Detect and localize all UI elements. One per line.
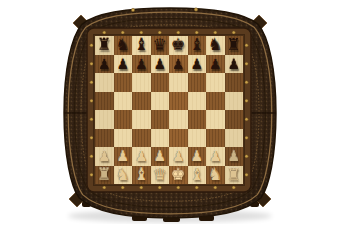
square-d4[interactable] xyxy=(151,110,170,129)
square-h2[interactable]: ♟ xyxy=(225,147,244,166)
square-c2[interactable]: ♟ xyxy=(132,147,151,166)
square-h1[interactable]: ♜ xyxy=(225,166,244,185)
square-c8[interactable]: ♝ xyxy=(132,36,151,55)
square-f1[interactable]: ♝ xyxy=(188,166,207,185)
square-a1[interactable]: ♜ xyxy=(95,166,114,185)
piece-white-bishop[interactable]: ♝ xyxy=(134,166,148,184)
square-a6[interactable] xyxy=(95,73,114,92)
square-h5[interactable] xyxy=(225,92,244,111)
brass-pin xyxy=(90,155,93,158)
brass-pin xyxy=(103,31,106,34)
piece-white-pawn[interactable]: ♟ xyxy=(135,147,148,165)
piece-white-rook[interactable]: ♜ xyxy=(227,166,241,184)
square-d8[interactable]: ♛ xyxy=(151,36,170,55)
brass-pin xyxy=(232,31,235,34)
piece-white-pawn[interactable]: ♟ xyxy=(190,147,203,165)
square-e6[interactable] xyxy=(169,73,188,92)
brass-pin xyxy=(158,31,161,34)
square-d6[interactable] xyxy=(151,73,170,92)
brass-pin xyxy=(245,136,248,139)
square-b1[interactable]: ♞ xyxy=(114,166,133,185)
square-g1[interactable]: ♞ xyxy=(206,166,225,185)
piece-black-pawn[interactable]: ♟ xyxy=(209,55,222,73)
square-f6[interactable] xyxy=(188,73,207,92)
square-h8[interactable]: ♜ xyxy=(225,36,244,55)
square-d5[interactable] xyxy=(151,92,170,111)
square-d7[interactable]: ♟ xyxy=(151,55,170,74)
square-a2[interactable]: ♟ xyxy=(95,147,114,166)
square-f7[interactable]: ♟ xyxy=(188,55,207,74)
piece-white-pawn[interactable]: ♟ xyxy=(153,147,166,165)
piece-white-knight[interactable]: ♞ xyxy=(208,166,222,184)
square-f8[interactable]: ♝ xyxy=(188,36,207,55)
brass-pin xyxy=(195,186,198,189)
piece-white-knight[interactable]: ♞ xyxy=(116,166,130,184)
square-g8[interactable]: ♞ xyxy=(206,36,225,55)
brass-pin xyxy=(140,31,143,34)
square-e7[interactable]: ♟ xyxy=(169,55,188,74)
piece-black-knight[interactable]: ♞ xyxy=(116,36,130,54)
square-c5[interactable] xyxy=(132,92,151,111)
square-g3[interactable] xyxy=(206,129,225,148)
square-d2[interactable]: ♟ xyxy=(151,147,170,166)
piece-white-pawn[interactable]: ♟ xyxy=(227,147,240,165)
brass-pin xyxy=(177,31,180,34)
brass-pin xyxy=(90,136,93,139)
brass-pin xyxy=(245,118,248,121)
square-f3[interactable] xyxy=(188,129,207,148)
square-b6[interactable] xyxy=(114,73,133,92)
square-a3[interactable] xyxy=(95,129,114,148)
square-c6[interactable] xyxy=(132,73,151,92)
square-a5[interactable] xyxy=(95,92,114,111)
chess-board[interactable]: ♜♞♝♛♚♝♞♜♟♟♟♟♟♟♟♟♟♟♟♟♟♟♟♟♜♞♝♛♚♝♞♜ xyxy=(95,36,243,184)
square-h4[interactable] xyxy=(225,110,244,129)
square-e4[interactable] xyxy=(169,110,188,129)
square-b5[interactable] xyxy=(114,92,133,111)
square-e5[interactable] xyxy=(169,92,188,111)
piece-black-rook[interactable]: ♜ xyxy=(227,36,241,54)
brass-pin xyxy=(90,62,93,65)
piece-white-pawn[interactable]: ♟ xyxy=(98,147,111,165)
square-c4[interactable] xyxy=(132,110,151,129)
piece-white-bishop[interactable]: ♝ xyxy=(190,166,204,184)
square-g5[interactable] xyxy=(206,92,225,111)
brass-pin xyxy=(214,31,217,34)
square-f2[interactable]: ♟ xyxy=(188,147,207,166)
piece-black-pawn[interactable]: ♟ xyxy=(116,55,129,73)
square-d3[interactable] xyxy=(151,129,170,148)
square-c3[interactable] xyxy=(132,129,151,148)
brass-pin xyxy=(245,62,248,65)
piece-black-queen[interactable]: ♛ xyxy=(153,36,167,54)
piece-black-pawn[interactable]: ♟ xyxy=(98,55,111,73)
square-g6[interactable] xyxy=(206,73,225,92)
square-b2[interactable]: ♟ xyxy=(114,147,133,166)
piece-black-bishop[interactable]: ♝ xyxy=(190,36,204,54)
brass-pin xyxy=(90,99,93,102)
piece-black-pawn[interactable]: ♟ xyxy=(135,55,148,73)
square-h3[interactable] xyxy=(225,129,244,148)
piece-white-pawn[interactable]: ♟ xyxy=(209,147,222,165)
square-b8[interactable]: ♞ xyxy=(114,36,133,55)
brass-pin xyxy=(103,186,106,189)
square-b4[interactable] xyxy=(114,110,133,129)
brass-pin xyxy=(121,186,124,189)
brass-pin xyxy=(177,186,180,189)
square-h7[interactable]: ♟ xyxy=(225,55,244,74)
piece-white-king[interactable]: ♚ xyxy=(171,166,185,184)
square-b3[interactable] xyxy=(114,129,133,148)
brass-pin xyxy=(90,173,93,176)
square-b7[interactable]: ♟ xyxy=(114,55,133,74)
chessbox-photo: ♜♞♝♛♚♝♞♜♟♟♟♟♟♟♟♟♟♟♟♟♟♟♟♟♜♞♝♛♚♝♞♜ xyxy=(0,0,340,227)
piece-black-pawn[interactable]: ♟ xyxy=(153,55,166,73)
brass-pin xyxy=(90,81,93,84)
piece-black-pawn[interactable]: ♟ xyxy=(190,55,203,73)
brass-pin xyxy=(140,186,143,189)
brass-pin xyxy=(195,31,198,34)
piece-black-rook[interactable]: ♜ xyxy=(97,36,111,54)
square-e8[interactable]: ♚ xyxy=(169,36,188,55)
square-a7[interactable]: ♟ xyxy=(95,55,114,74)
brass-pin xyxy=(245,99,248,102)
piece-white-pawn[interactable]: ♟ xyxy=(116,147,129,165)
brass-pin xyxy=(232,186,235,189)
square-a8[interactable]: ♜ xyxy=(95,36,114,55)
square-g7[interactable]: ♟ xyxy=(206,55,225,74)
square-e2[interactable]: ♟ xyxy=(169,147,188,166)
square-f5[interactable] xyxy=(188,92,207,111)
square-f4[interactable] xyxy=(188,110,207,129)
piece-black-king[interactable]: ♚ xyxy=(171,36,185,54)
square-d1[interactable]: ♛ xyxy=(151,166,170,185)
piece-white-pawn[interactable]: ♟ xyxy=(172,147,185,165)
square-e1[interactable]: ♚ xyxy=(169,166,188,185)
piece-black-knight[interactable]: ♞ xyxy=(208,36,222,54)
brass-pin xyxy=(245,81,248,84)
square-h6[interactable] xyxy=(225,73,244,92)
piece-black-bishop[interactable]: ♝ xyxy=(134,36,148,54)
brass-pin xyxy=(90,44,93,47)
piece-white-queen[interactable]: ♛ xyxy=(153,166,167,184)
brass-pin xyxy=(245,173,248,176)
brass-pin xyxy=(90,118,93,121)
piece-black-pawn[interactable]: ♟ xyxy=(227,55,240,73)
brass-pin xyxy=(214,186,217,189)
brass-pin xyxy=(121,31,124,34)
square-g4[interactable] xyxy=(206,110,225,129)
square-c1[interactable]: ♝ xyxy=(132,166,151,185)
square-e3[interactable] xyxy=(169,129,188,148)
brass-pin xyxy=(158,186,161,189)
brass-pin xyxy=(245,155,248,158)
square-g2[interactable]: ♟ xyxy=(206,147,225,166)
piece-black-pawn[interactable]: ♟ xyxy=(172,55,185,73)
square-c7[interactable]: ♟ xyxy=(132,55,151,74)
piece-white-rook[interactable]: ♜ xyxy=(97,166,111,184)
square-a4[interactable] xyxy=(95,110,114,129)
brass-pin xyxy=(245,44,248,47)
